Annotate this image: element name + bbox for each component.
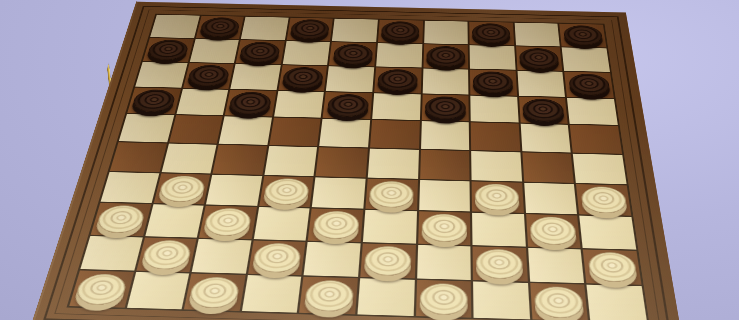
board-square[interactable] [470, 123, 519, 152]
board-square[interactable] [470, 96, 518, 123]
board-square[interactable] [259, 176, 314, 207]
light-piece[interactable] [475, 183, 520, 210]
board-square[interactable] [562, 47, 610, 72]
board-square[interactable] [182, 63, 233, 89]
board-square[interactable] [417, 211, 470, 244]
dark-piece[interactable] [198, 17, 240, 37]
board-square[interactable] [230, 64, 280, 90]
board-square[interactable] [191, 239, 250, 274]
board-square[interactable] [319, 119, 370, 147]
board-square[interactable] [517, 71, 565, 97]
light-piece[interactable] [587, 252, 637, 283]
board-square[interactable] [559, 24, 606, 48]
board-square[interactable] [579, 216, 636, 250]
board-square[interactable] [118, 114, 173, 142]
board-square[interactable] [471, 181, 523, 213]
board-square[interactable] [218, 117, 271, 145]
light-piece[interactable] [262, 178, 309, 205]
board-square[interactable] [418, 180, 469, 212]
board-square[interactable] [421, 94, 468, 121]
dark-piece[interactable] [381, 21, 420, 41]
light-piece[interactable] [94, 205, 146, 234]
board-square[interactable] [195, 16, 243, 39]
dark-piece[interactable] [519, 48, 559, 69]
board-square[interactable] [576, 184, 631, 216]
board-square[interactable] [253, 207, 309, 240]
board-square[interactable] [278, 65, 327, 91]
board-square[interactable] [322, 92, 371, 119]
board-square[interactable] [472, 213, 525, 247]
dark-piece[interactable] [332, 44, 372, 65]
board-square[interactable] [374, 68, 421, 94]
board-square[interactable] [150, 15, 199, 38]
dark-piece[interactable] [424, 96, 465, 119]
board-square[interactable] [573, 154, 626, 184]
light-piece[interactable] [369, 181, 414, 208]
light-piece[interactable] [364, 246, 412, 277]
light-piece[interactable] [203, 208, 253, 237]
dark-piece[interactable] [146, 39, 190, 60]
board-square[interactable] [235, 40, 284, 64]
board-square[interactable] [127, 87, 180, 114]
light-piece[interactable] [140, 240, 193, 270]
board-square[interactable] [522, 152, 574, 182]
dark-piece[interactable] [281, 67, 323, 89]
board-square[interactable] [206, 174, 262, 205]
board-square[interactable] [473, 282, 530, 320]
board-square[interactable] [357, 279, 414, 316]
board-square[interactable] [80, 236, 142, 271]
board-square[interactable] [144, 204, 203, 237]
board-square[interactable] [189, 39, 239, 63]
board-square[interactable] [199, 206, 257, 239]
board-square[interactable] [329, 42, 376, 66]
board-square[interactable] [472, 246, 527, 281]
board-square[interactable] [168, 115, 222, 143]
board-square[interactable] [90, 203, 150, 236]
light-piece[interactable] [251, 243, 301, 273]
light-piece[interactable] [529, 217, 576, 246]
board-square[interactable] [420, 121, 469, 150]
board-square[interactable] [469, 22, 514, 46]
board-square[interactable] [365, 179, 417, 211]
board-square[interactable] [372, 93, 420, 120]
board-square[interactable] [370, 120, 419, 148]
board-square[interactable] [273, 91, 323, 118]
board-square[interactable] [303, 242, 360, 277]
board-square[interactable] [241, 17, 289, 40]
dark-piece[interactable] [522, 98, 565, 122]
board-square[interactable] [376, 43, 422, 68]
board-square[interactable] [109, 142, 166, 172]
board-square[interactable] [326, 66, 374, 92]
dark-piece[interactable] [326, 94, 369, 117]
light-piece[interactable] [579, 186, 626, 214]
board-square[interactable] [422, 69, 468, 95]
board-square[interactable] [176, 89, 228, 116]
board-square[interactable] [153, 173, 210, 204]
board-square[interactable] [423, 21, 467, 44]
board-square[interactable] [224, 90, 275, 117]
board-square[interactable] [378, 20, 423, 43]
board-square[interactable] [264, 146, 317, 176]
dark-piece[interactable] [239, 42, 281, 63]
board-square[interactable] [360, 243, 415, 278]
board-square[interactable] [183, 274, 244, 311]
board-square[interactable] [362, 210, 416, 243]
board-square[interactable] [135, 62, 187, 87]
board-square[interactable] [567, 98, 617, 125]
dark-piece[interactable] [228, 92, 272, 115]
board-square[interactable] [367, 149, 418, 179]
board-square[interactable] [416, 245, 470, 280]
board-square[interactable] [282, 41, 330, 65]
board-square[interactable] [419, 150, 469, 180]
board-square[interactable] [161, 144, 216, 174]
dark-piece[interactable] [562, 25, 602, 45]
board-square[interactable] [212, 145, 266, 175]
board-square[interactable] [142, 38, 193, 62]
light-piece[interactable] [157, 175, 206, 202]
dark-piece[interactable] [289, 19, 329, 39]
board-square[interactable] [514, 23, 560, 47]
light-piece[interactable] [421, 214, 467, 243]
board-square[interactable] [100, 172, 158, 203]
board-square[interactable] [525, 214, 580, 248]
board-square[interactable] [471, 151, 522, 181]
dark-piece[interactable] [472, 23, 510, 43]
board-square[interactable] [135, 237, 196, 272]
photo-scene [0, 0, 739, 320]
board-square[interactable] [286, 18, 333, 41]
light-piece[interactable] [311, 211, 359, 240]
dark-piece[interactable] [567, 74, 610, 96]
board-square[interactable] [564, 72, 613, 98]
board-square[interactable] [423, 44, 468, 69]
board-square[interactable] [332, 19, 378, 42]
draughts-board [30, 2, 683, 320]
board-square[interactable] [469, 45, 515, 70]
dark-piece[interactable] [130, 89, 176, 112]
board-square[interactable] [470, 70, 517, 96]
dark-piece[interactable] [426, 46, 465, 67]
board-square[interactable] [527, 248, 584, 284]
board-square[interactable] [308, 209, 363, 242]
board-square[interactable] [583, 249, 641, 285]
board-square[interactable] [312, 177, 365, 209]
board-square[interactable] [515, 46, 562, 71]
light-piece[interactable] [533, 286, 583, 319]
board-square[interactable] [415, 280, 471, 318]
dark-piece[interactable] [377, 69, 418, 91]
light-piece[interactable] [476, 249, 523, 280]
dark-piece[interactable] [186, 65, 230, 87]
board-square[interactable] [247, 240, 305, 275]
board-square[interactable] [523, 183, 576, 215]
board-square[interactable] [518, 97, 567, 124]
dark-piece[interactable] [473, 71, 513, 93]
board-square[interactable] [269, 118, 321, 146]
